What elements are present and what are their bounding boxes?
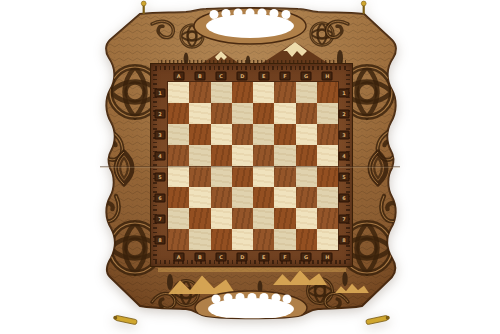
rank-label-left: 2 <box>155 109 166 118</box>
square-b2[interactable] <box>189 103 210 124</box>
file-label-top: B <box>194 72 205 81</box>
square-c3[interactable] <box>211 124 232 145</box>
square-d8[interactable] <box>232 229 253 250</box>
dentil-border-top <box>155 66 348 70</box>
square-h6[interactable] <box>317 187 338 208</box>
square-f6[interactable] <box>274 187 295 208</box>
brass-pin-right <box>361 1 366 14</box>
square-d7[interactable] <box>232 208 253 229</box>
rank-label-right: 3 <box>339 130 350 139</box>
top-handle-cutout <box>206 14 294 38</box>
square-g3[interactable] <box>296 124 317 145</box>
square-e3[interactable] <box>253 124 274 145</box>
square-g2[interactable] <box>296 103 317 124</box>
square-h5[interactable] <box>317 166 338 187</box>
file-label-bottom: A <box>173 253 184 262</box>
dentil-border-right <box>346 70 350 260</box>
square-d5[interactable] <box>232 166 253 187</box>
brass-hinge-right <box>366 315 391 325</box>
rank-label-right: 8 <box>339 235 350 244</box>
file-label-bottom: B <box>194 253 205 262</box>
file-label-top: G <box>301 72 312 81</box>
square-c5[interactable] <box>211 166 232 187</box>
square-b5[interactable] <box>189 166 210 187</box>
square-f1[interactable] <box>274 82 295 103</box>
square-e1[interactable] <box>253 82 274 103</box>
rank-label-right: 5 <box>339 172 350 181</box>
square-h1[interactable] <box>317 82 338 103</box>
file-label-top: F <box>279 72 290 81</box>
square-c4[interactable] <box>211 145 232 166</box>
square-e4[interactable] <box>253 145 274 166</box>
brass-hinge-left <box>113 315 138 325</box>
rank-label-left: 8 <box>155 235 166 244</box>
square-f4[interactable] <box>274 145 295 166</box>
square-f2[interactable] <box>274 103 295 124</box>
rank-label-left: 5 <box>155 172 166 181</box>
square-g4[interactable] <box>296 145 317 166</box>
square-f7[interactable] <box>274 208 295 229</box>
square-h7[interactable] <box>317 208 338 229</box>
square-e7[interactable] <box>253 208 274 229</box>
square-b4[interactable] <box>189 145 210 166</box>
dentil-border-left <box>153 70 157 260</box>
square-e2[interactable] <box>253 103 274 124</box>
square-f5[interactable] <box>274 166 295 187</box>
rank-label-right: 2 <box>339 109 350 118</box>
square-b1[interactable] <box>189 82 210 103</box>
square-f3[interactable] <box>274 124 295 145</box>
square-d6[interactable] <box>232 187 253 208</box>
square-c2[interactable] <box>211 103 232 124</box>
square-a5[interactable] <box>168 166 189 187</box>
square-h4[interactable] <box>317 145 338 166</box>
square-h2[interactable] <box>317 103 338 124</box>
product-photo-stage: AABBCCDDEEFFGGHH1122334455667788 <box>0 0 500 334</box>
square-e5[interactable] <box>253 166 274 187</box>
rank-label-right: 7 <box>339 214 350 223</box>
fold-seam <box>100 166 400 168</box>
square-g1[interactable] <box>296 82 317 103</box>
file-label-top: C <box>216 72 227 81</box>
file-label-bottom: E <box>258 253 269 262</box>
square-c7[interactable] <box>211 208 232 229</box>
square-b8[interactable] <box>189 229 210 250</box>
file-label-bottom: D <box>237 253 248 262</box>
square-c1[interactable] <box>211 82 232 103</box>
square-a2[interactable] <box>168 103 189 124</box>
file-label-bottom: F <box>279 253 290 262</box>
square-a1[interactable] <box>168 82 189 103</box>
file-label-top: H <box>322 72 333 81</box>
rank-label-right: 4 <box>339 151 350 160</box>
file-label-top: A <box>173 72 184 81</box>
rank-label-left: 7 <box>155 214 166 223</box>
top-handle <box>194 8 306 44</box>
square-g7[interactable] <box>296 208 317 229</box>
rank-label-right: 6 <box>339 193 350 202</box>
square-g8[interactable] <box>296 229 317 250</box>
square-g5[interactable] <box>296 166 317 187</box>
rank-label-left: 4 <box>155 151 166 160</box>
square-h3[interactable] <box>317 124 338 145</box>
square-h8[interactable] <box>317 229 338 250</box>
square-f8[interactable] <box>274 229 295 250</box>
rank-label-left: 1 <box>155 88 166 97</box>
file-label-top: D <box>237 72 248 81</box>
rank-label-left: 6 <box>155 193 166 202</box>
file-label-bottom: C <box>216 253 227 262</box>
square-g6[interactable] <box>296 187 317 208</box>
square-e6[interactable] <box>253 187 274 208</box>
file-label-top: E <box>258 72 269 81</box>
square-c8[interactable] <box>211 229 232 250</box>
square-a4[interactable] <box>168 145 189 166</box>
bottom-handle <box>195 291 307 325</box>
square-b7[interactable] <box>189 208 210 229</box>
square-a6[interactable] <box>168 187 189 208</box>
square-c6[interactable] <box>211 187 232 208</box>
square-d1[interactable] <box>232 82 253 103</box>
square-d2[interactable] <box>232 103 253 124</box>
file-label-bottom: H <box>322 253 333 262</box>
square-d3[interactable] <box>232 124 253 145</box>
chess-board-frame: AABBCCDDEEFFGGHH1122334455667788 <box>151 64 352 266</box>
square-b3[interactable] <box>189 124 210 145</box>
rank-label-left: 3 <box>155 130 166 139</box>
square-a3[interactable] <box>168 124 189 145</box>
square-a7[interactable] <box>168 208 189 229</box>
square-e8[interactable] <box>253 229 274 250</box>
brass-pin-left <box>141 1 146 14</box>
file-label-bottom: G <box>301 253 312 262</box>
rank-label-right: 1 <box>339 88 350 97</box>
square-b6[interactable] <box>189 187 210 208</box>
square-d4[interactable] <box>232 145 253 166</box>
square-a8[interactable] <box>168 229 189 250</box>
